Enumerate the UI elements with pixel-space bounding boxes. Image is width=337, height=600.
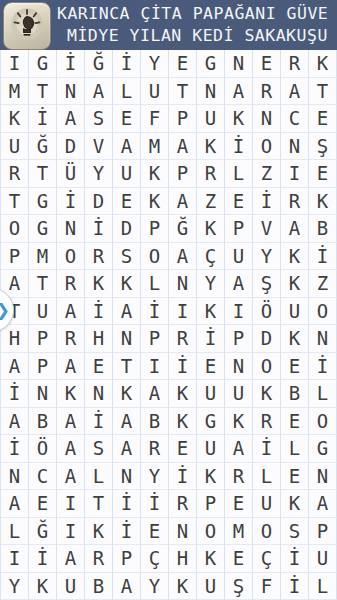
grid-cell[interactable]: A xyxy=(169,188,197,216)
grid-cell[interactable]: A xyxy=(225,270,253,298)
grid-cell[interactable]: A xyxy=(169,133,197,161)
grid-cell[interactable]: İ xyxy=(253,188,281,216)
grid-cell[interactable]: V xyxy=(253,215,281,243)
grid-cell[interactable]: A xyxy=(141,380,169,408)
grid-cell[interactable]: P xyxy=(1,243,29,271)
grid-cell[interactable]: U xyxy=(1,133,29,161)
grid-cell[interactable]: İ xyxy=(29,105,57,133)
grid-cell[interactable]: A xyxy=(57,435,85,463)
grid-cell[interactable]: K xyxy=(141,188,169,216)
grid-cell[interactable]: Ş xyxy=(253,270,281,298)
grid-cell[interactable]: S xyxy=(281,518,309,546)
grid-cell[interactable]: İ xyxy=(113,518,141,546)
grid-cell[interactable]: Ö xyxy=(253,298,281,326)
grid-cell[interactable]: R xyxy=(57,270,85,298)
grid-cell[interactable]: K xyxy=(169,573,197,600)
grid-cell[interactable]: Ş xyxy=(225,573,253,600)
grid-cell[interactable]: D xyxy=(253,325,281,353)
grid-cell[interactable]: P xyxy=(197,490,225,518)
grid-cell[interactable]: L xyxy=(225,160,253,188)
grid-cell[interactable]: Z xyxy=(197,188,225,216)
grid-cell[interactable]: K xyxy=(169,408,197,436)
grid-cell[interactable]: G xyxy=(29,188,57,216)
grid-cell[interactable]: M xyxy=(141,133,169,161)
grid-cell[interactable]: G xyxy=(309,435,337,463)
grid-cell[interactable]: İ xyxy=(253,435,281,463)
grid-cell[interactable]: İ xyxy=(309,353,337,381)
grid-cell[interactable]: İ xyxy=(169,463,197,491)
grid-cell[interactable]: K xyxy=(253,380,281,408)
grid-cell[interactable]: G xyxy=(197,408,225,436)
grid-cell[interactable]: N xyxy=(1,463,29,491)
grid-cell[interactable]: S xyxy=(113,243,141,271)
grid-cell[interactable]: R xyxy=(141,435,169,463)
grid-cell[interactable]: E xyxy=(113,105,141,133)
grid-cell[interactable]: N xyxy=(113,463,141,491)
grid-cell[interactable]: L xyxy=(141,270,169,298)
grid-cell[interactable]: I xyxy=(281,160,309,188)
grid-cell[interactable]: T xyxy=(113,353,141,381)
grid-cell[interactable]: K xyxy=(281,243,309,271)
grid-cell[interactable]: E xyxy=(29,490,57,518)
grid-cell[interactable]: C xyxy=(281,105,309,133)
grid-cell[interactable]: P xyxy=(225,325,253,353)
grid-cell[interactable]: E xyxy=(169,50,197,78)
header-bar: KARINCA ÇİTA PAPAĞANI GÜVE MİDYE YILAN K… xyxy=(0,0,337,50)
grid-cell[interactable]: P xyxy=(141,325,169,353)
grid-cell[interactable]: İ xyxy=(57,188,85,216)
grid-cell[interactable]: P xyxy=(113,545,141,573)
word-list: KARINCA ÇİTA PAPAĞANI GÜVE MİDYE YILAN K… xyxy=(57,3,337,49)
grid-cell[interactable]: P xyxy=(169,160,197,188)
grid-cell[interactable]: Ç xyxy=(141,545,169,573)
grid-cell[interactable]: P xyxy=(309,518,337,546)
grid-cell[interactable]: L xyxy=(309,380,337,408)
grid-cell[interactable]: T xyxy=(309,78,337,106)
grid-cell[interactable]: Ğ xyxy=(169,215,197,243)
grid-cell[interactable]: E xyxy=(309,160,337,188)
grid-cell[interactable]: N xyxy=(281,133,309,161)
grid-cell[interactable]: T xyxy=(29,78,57,106)
grid-cell[interactable]: G xyxy=(197,50,225,78)
grid-cell[interactable]: A xyxy=(113,573,141,600)
grid-cell[interactable]: I xyxy=(225,298,253,326)
grid-cell[interactable]: A xyxy=(57,408,85,436)
grid-cell[interactable]: U xyxy=(57,573,85,600)
grid-cell[interactable]: A xyxy=(57,545,85,573)
grid-cell[interactable]: P xyxy=(29,353,57,381)
grid-cell[interactable]: K xyxy=(85,270,113,298)
grid-cell[interactable]: A xyxy=(281,215,309,243)
grid-cell[interactable]: N xyxy=(169,270,197,298)
grid-cell[interactable]: N xyxy=(169,518,197,546)
grid-cell[interactable]: K xyxy=(309,188,337,216)
grid-cell[interactable]: T xyxy=(1,188,29,216)
grid-cell[interactable]: N xyxy=(225,353,253,381)
grid-cell[interactable]: R xyxy=(169,490,197,518)
hint-button[interactable] xyxy=(3,2,51,50)
grid-cell[interactable]: E xyxy=(141,518,169,546)
grid-cell[interactable]: N xyxy=(225,50,253,78)
grid-cell[interactable]: P xyxy=(169,105,197,133)
grid-cell[interactable]: Ö xyxy=(29,435,57,463)
grid-cell[interactable]: M xyxy=(1,78,29,106)
grid-cell[interactable]: İ xyxy=(281,545,309,573)
grid-cell[interactable]: A xyxy=(1,490,29,518)
grid-cell[interactable]: Ç xyxy=(197,243,225,271)
grid-cell[interactable]: K xyxy=(197,298,225,326)
grid-cell[interactable]: İ xyxy=(113,490,141,518)
grid-cell[interactable]: L xyxy=(1,518,29,546)
grid-cell[interactable]: D xyxy=(85,188,113,216)
grid-cell[interactable]: R xyxy=(85,243,113,271)
grid-cell[interactable]: I xyxy=(141,353,169,381)
grid-cell[interactable]: A xyxy=(113,408,141,436)
grid-cell[interactable]: A xyxy=(57,298,85,326)
grid-cell[interactable]: İ xyxy=(309,243,337,271)
grid-cell[interactable]: E xyxy=(281,463,309,491)
grid-cell[interactable]: K xyxy=(29,573,57,600)
grid-cell[interactable]: B xyxy=(281,380,309,408)
grid-cell[interactable]: A xyxy=(113,133,141,161)
grid-cell[interactable]: H xyxy=(85,325,113,353)
grid-cell[interactable]: E xyxy=(225,490,253,518)
grid-cell[interactable]: Y xyxy=(141,463,169,491)
grid-cell[interactable]: E xyxy=(309,105,337,133)
grid-cell[interactable]: T xyxy=(85,490,113,518)
grid-cell[interactable]: O xyxy=(197,518,225,546)
grid-cell[interactable]: B xyxy=(309,215,337,243)
grid-cell[interactable]: E xyxy=(225,188,253,216)
grid-cell[interactable]: G xyxy=(29,215,57,243)
grid-cell[interactable]: Ğ xyxy=(85,50,113,78)
grid-cell[interactable]: K xyxy=(225,408,253,436)
grid-cell[interactable]: E xyxy=(169,435,197,463)
grid-cell[interactable]: E xyxy=(113,188,141,216)
grid-cell[interactable]: Y xyxy=(1,573,29,600)
grid-cell[interactable]: B xyxy=(141,408,169,436)
grid-cell[interactable]: K xyxy=(57,380,85,408)
grid-cell[interactable]: U xyxy=(197,380,225,408)
grid-cell[interactable]: A xyxy=(57,353,85,381)
grid-cell[interactable]: U xyxy=(197,105,225,133)
grid-cell[interactable]: A xyxy=(281,78,309,106)
grid-cell[interactable]: İ xyxy=(57,50,85,78)
grid-cell[interactable]: N xyxy=(113,325,141,353)
grid-cell[interactable]: N xyxy=(85,380,113,408)
grid-cell[interactable]: L xyxy=(113,78,141,106)
grid-cell[interactable]: Ş xyxy=(309,133,337,161)
grid-cell[interactable]: L xyxy=(253,463,281,491)
grid-cell[interactable]: E xyxy=(253,50,281,78)
grid-cell[interactable]: M xyxy=(225,518,253,546)
grid-cell[interactable]: R xyxy=(225,463,253,491)
grid-cell[interactable]: İ xyxy=(29,545,57,573)
grid-cell[interactable]: İ xyxy=(225,133,253,161)
grid-cell[interactable]: Z xyxy=(253,160,281,188)
lightbulb-icon xyxy=(7,4,47,48)
grid-cell[interactable]: İ xyxy=(141,490,169,518)
grid-cell[interactable]: K xyxy=(197,545,225,573)
grid-cell[interactable]: A xyxy=(113,298,141,326)
grid-cell[interactable]: T xyxy=(29,270,57,298)
grid-cell[interactable]: R xyxy=(169,325,197,353)
grid-cell[interactable]: K xyxy=(1,105,29,133)
grid-cell[interactable]: L xyxy=(281,435,309,463)
grid-cell[interactable]: R xyxy=(281,188,309,216)
grid-cell[interactable]: D xyxy=(57,133,85,161)
grid-cell[interactable]: N xyxy=(57,215,85,243)
grid-cell[interactable]: N xyxy=(197,78,225,106)
grid-cell[interactable]: U xyxy=(225,243,253,271)
grid-cell[interactable]: Z xyxy=(309,270,337,298)
grid-cell[interactable]: İ xyxy=(169,353,197,381)
grid-cell[interactable]: E xyxy=(281,353,309,381)
grid-cell[interactable]: L xyxy=(85,463,113,491)
grid-cell[interactable]: Y xyxy=(197,270,225,298)
grid-cell[interactable]: U xyxy=(141,78,169,106)
grid-cell[interactable]: V xyxy=(85,133,113,161)
grid-cell[interactable]: O xyxy=(253,353,281,381)
grid-cell[interactable]: Y xyxy=(253,243,281,271)
grid-cell[interactable]: R xyxy=(1,160,29,188)
grid-cell[interactable]: P xyxy=(141,215,169,243)
grid-cell[interactable]: A xyxy=(309,490,337,518)
grid-cell[interactable]: İ xyxy=(1,435,29,463)
grid-cell[interactable]: U xyxy=(309,545,337,573)
grid-cell[interactable]: Y xyxy=(85,160,113,188)
grid-cell[interactable]: U xyxy=(281,298,309,326)
grid-cell[interactable]: N xyxy=(309,463,337,491)
grid-cell[interactable]: A xyxy=(225,78,253,106)
grid-cell[interactable]: G xyxy=(29,50,57,78)
grid-cell[interactable]: Ğ xyxy=(29,133,57,161)
grid-cell[interactable]: A xyxy=(113,435,141,463)
grid-cell[interactable]: H xyxy=(1,325,29,353)
grid-cell[interactable]: K xyxy=(85,518,113,546)
grid-cell[interactable]: M xyxy=(29,243,57,271)
grid-cell[interactable]: R xyxy=(85,545,113,573)
grid-cell[interactable]: O xyxy=(253,518,281,546)
grid-cell[interactable]: K xyxy=(113,380,141,408)
grid-cell[interactable]: U xyxy=(225,380,253,408)
grid-cell[interactable]: İ xyxy=(197,325,225,353)
grid-cell[interactable]: H xyxy=(169,545,197,573)
grid-cell[interactable]: R xyxy=(197,160,225,188)
grid-cell[interactable]: İ xyxy=(141,298,169,326)
grid-cell[interactable]: F xyxy=(141,105,169,133)
grid-cell[interactable]: K xyxy=(197,463,225,491)
grid-cell[interactable]: A xyxy=(1,408,29,436)
grid-cell[interactable]: D xyxy=(113,215,141,243)
grid-cell[interactable]: O xyxy=(1,215,29,243)
grid-cell[interactable]: U xyxy=(197,573,225,600)
grid-cell[interactable]: K xyxy=(113,270,141,298)
word-list-line1: KARINCA ÇİTA PAPAĞANI GÜVE xyxy=(57,3,337,25)
grid-cell[interactable]: O xyxy=(309,408,337,436)
grid-cell[interactable]: İ xyxy=(1,380,29,408)
grid-cell[interactable]: U xyxy=(113,160,141,188)
grid-cell[interactable]: K xyxy=(309,50,337,78)
grid-cell[interactable]: N xyxy=(253,105,281,133)
grid-cell[interactable]: L xyxy=(309,573,337,600)
grid-cell[interactable]: U xyxy=(197,435,225,463)
grid-cell[interactable]: I xyxy=(57,490,85,518)
grid-cell[interactable]: K xyxy=(281,490,309,518)
grid-cell[interactable]: K xyxy=(197,133,225,161)
grid-cell[interactable]: Ü xyxy=(57,160,85,188)
grid-cell[interactable]: E xyxy=(85,353,113,381)
grid-cell[interactable]: A xyxy=(57,463,85,491)
grid-cell[interactable]: U xyxy=(253,490,281,518)
grid-cell[interactable]: S xyxy=(85,105,113,133)
grid-cell[interactable]: T xyxy=(29,160,57,188)
grid-cell[interactable]: R xyxy=(253,78,281,106)
grid-cell[interactable]: R xyxy=(57,325,85,353)
word-list-line2: MİDYE YILAN KEDİ SAKAKUŞU xyxy=(57,25,337,47)
grid-cell[interactable]: İ xyxy=(85,215,113,243)
grid-cell[interactable]: B xyxy=(85,573,113,600)
grid-cell[interactable]: A xyxy=(1,353,29,381)
grid-cell[interactable]: Ğ xyxy=(29,518,57,546)
grid-cell[interactable]: P xyxy=(225,215,253,243)
grid-cell[interactable]: O xyxy=(309,298,337,326)
grid-cell[interactable]: İ xyxy=(113,50,141,78)
grid-cell[interactable]: K xyxy=(281,325,309,353)
letter-grid: IGİĞİYEGNERKMTNALUTNARATKİASEFPUKNCEUĞDV… xyxy=(0,50,337,600)
grid-cell[interactable]: F xyxy=(253,573,281,600)
grid-cell[interactable]: K xyxy=(169,380,197,408)
grid-cell[interactable]: S xyxy=(85,435,113,463)
grid-cell[interactable]: R xyxy=(281,50,309,78)
grid-cell[interactable]: B xyxy=(29,408,57,436)
grid-cell[interactable]: I xyxy=(1,50,29,78)
grid-cell[interactable]: K xyxy=(141,160,169,188)
grid-cell[interactable]: İ xyxy=(281,573,309,600)
grid-cell[interactable]: İ xyxy=(85,408,113,436)
grid-cell[interactable]: A xyxy=(225,435,253,463)
grid-cell[interactable]: T xyxy=(169,78,197,106)
grid-cell[interactable]: E xyxy=(281,408,309,436)
grid-cell[interactable]: P xyxy=(29,325,57,353)
grid-cell[interactable]: N xyxy=(29,380,57,408)
grid-cell[interactable]: Y xyxy=(141,50,169,78)
grid-cell[interactable]: İ xyxy=(85,298,113,326)
grid-cell[interactable]: N xyxy=(57,78,85,106)
grid-cell[interactable]: I xyxy=(169,298,197,326)
chevron-right-icon: ❯ xyxy=(0,302,10,319)
grid-cell[interactable]: U xyxy=(29,298,57,326)
grid-cell[interactable]: A xyxy=(57,105,85,133)
grid-cell[interactable]: K xyxy=(225,105,253,133)
grid-cell[interactable]: E xyxy=(197,353,225,381)
grid-cell[interactable]: C xyxy=(29,463,57,491)
grid-cell[interactable]: K xyxy=(197,215,225,243)
grid-cell[interactable]: R xyxy=(253,408,281,436)
grid-cell[interactable]: A xyxy=(169,243,197,271)
grid-cell[interactable]: K xyxy=(281,270,309,298)
grid-cell[interactable]: N xyxy=(309,325,337,353)
grid-cell[interactable]: A xyxy=(85,78,113,106)
grid-cell[interactable]: O xyxy=(253,133,281,161)
grid-cell[interactable]: Ç xyxy=(253,545,281,573)
grid-cell[interactable]: I xyxy=(1,545,29,573)
grid-cell[interactable]: O xyxy=(141,243,169,271)
grid-cell[interactable]: E xyxy=(225,545,253,573)
grid-cell[interactable]: O xyxy=(57,243,85,271)
grid-cell[interactable]: I xyxy=(57,518,85,546)
grid-cell[interactable]: Y xyxy=(141,573,169,600)
